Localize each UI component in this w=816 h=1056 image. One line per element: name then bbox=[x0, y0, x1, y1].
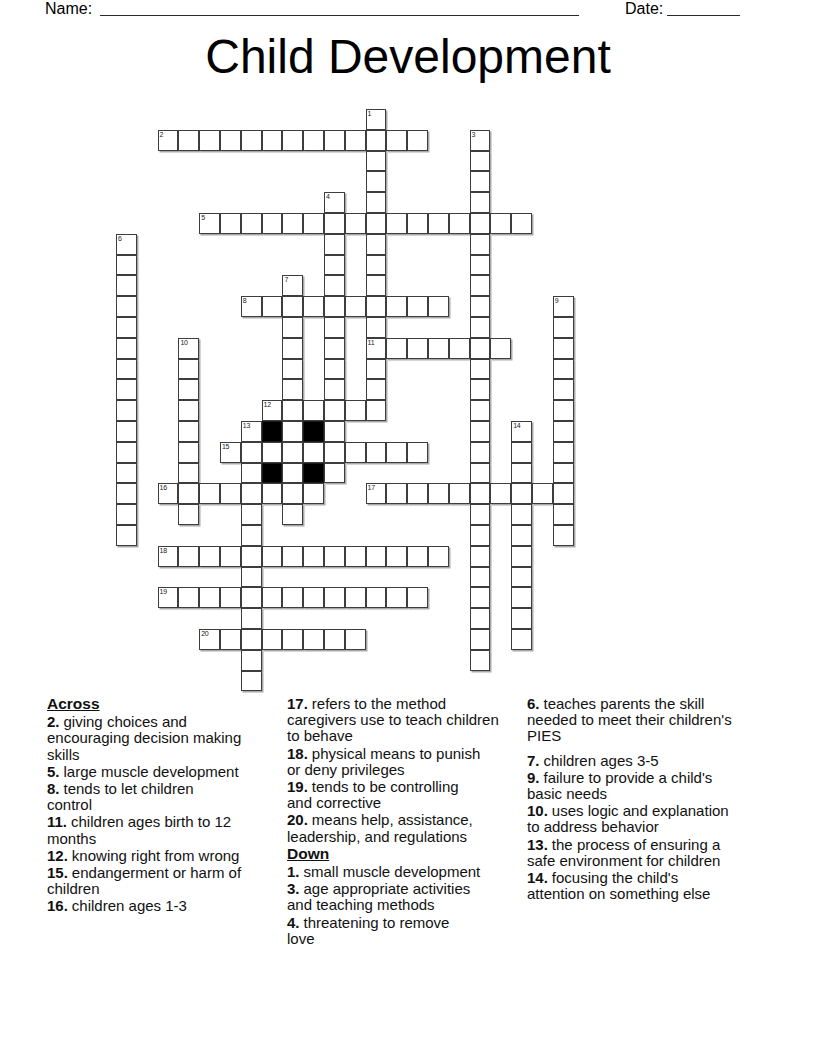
black-cell bbox=[303, 421, 324, 442]
grid-cell[interactable] bbox=[303, 483, 324, 504]
clue-text: tends to be controlling and corrective bbox=[287, 778, 459, 811]
grid-cell[interactable] bbox=[470, 171, 491, 192]
grid-cell[interactable] bbox=[282, 483, 303, 504]
grid-cell[interactable] bbox=[116, 338, 137, 359]
grid-cell[interactable] bbox=[345, 130, 366, 151]
clues-heading-down: Down bbox=[287, 846, 527, 862]
grid-cell[interactable] bbox=[199, 130, 220, 151]
clue-16: 16.children ages 1-3 bbox=[47, 898, 285, 914]
grid-cell[interactable] bbox=[511, 213, 532, 234]
grid-cell[interactable] bbox=[511, 483, 532, 504]
cell-number: 10 bbox=[180, 339, 187, 347]
grid-cell[interactable] bbox=[449, 213, 470, 234]
grid-cell[interactable] bbox=[241, 629, 262, 650]
grid-cell[interactable] bbox=[324, 130, 345, 151]
clues-heading-across: Across bbox=[47, 696, 285, 712]
grid-cell[interactable] bbox=[116, 400, 137, 421]
grid-cell[interactable] bbox=[262, 587, 283, 608]
grid-cell[interactable] bbox=[407, 587, 428, 608]
black-cell bbox=[303, 463, 324, 484]
clue-number: 7. bbox=[527, 752, 540, 769]
grid-cell[interactable] bbox=[511, 608, 532, 629]
grid-cell[interactable]: 11 bbox=[366, 338, 387, 359]
grid-cell[interactable]: 2 bbox=[158, 130, 179, 151]
clue-column-1: Across2.giving choices and encouraging d… bbox=[47, 696, 285, 916]
grid-cell[interactable] bbox=[178, 421, 199, 442]
grid-cell[interactable] bbox=[407, 442, 428, 463]
cell-number: 13 bbox=[243, 422, 250, 430]
grid-cell[interactable] bbox=[324, 421, 345, 442]
clue-text: uses logic and explanation to address be… bbox=[527, 802, 729, 835]
grid-cell[interactable]: 7 bbox=[282, 275, 303, 296]
grid-cell[interactable] bbox=[553, 379, 574, 400]
grid-cell[interactable] bbox=[366, 192, 387, 213]
grid-cell[interactable] bbox=[428, 213, 449, 234]
grid-cell[interactable] bbox=[303, 629, 324, 650]
grid-cell[interactable] bbox=[553, 359, 574, 380]
grid-cell[interactable] bbox=[241, 483, 262, 504]
grid-cell[interactable] bbox=[220, 483, 241, 504]
clue-text: small muscle development bbox=[304, 863, 481, 880]
grid-cell[interactable] bbox=[241, 504, 262, 525]
grid-cell[interactable] bbox=[407, 338, 428, 359]
grid-cell[interactable] bbox=[366, 546, 387, 567]
grid-cell[interactable] bbox=[428, 483, 449, 504]
grid-cell[interactable] bbox=[241, 608, 262, 629]
cell-number: 14 bbox=[513, 422, 520, 430]
grid-cell[interactable] bbox=[470, 421, 491, 442]
grid-cell[interactable] bbox=[262, 442, 283, 463]
clue-7: 7.children ages 3-5 bbox=[527, 753, 789, 769]
grid-cell[interactable] bbox=[386, 442, 407, 463]
grid-cell[interactable] bbox=[262, 483, 283, 504]
grid-cell[interactable] bbox=[386, 587, 407, 608]
clue-4: 4.threatening to remove love bbox=[287, 915, 527, 947]
clue-20: 20.means help, assistance, leadership, a… bbox=[287, 812, 527, 844]
clue-15: 15.endangerment or harm of children bbox=[47, 865, 285, 897]
grid-cell[interactable] bbox=[366, 296, 387, 317]
grid-cell[interactable] bbox=[178, 587, 199, 608]
grid-cell[interactable] bbox=[282, 421, 303, 442]
grid-cell[interactable] bbox=[366, 379, 387, 400]
grid-cell[interactable] bbox=[407, 130, 428, 151]
grid-cell[interactable] bbox=[386, 296, 407, 317]
grid-cell[interactable] bbox=[282, 504, 303, 525]
grid-cell[interactable] bbox=[262, 213, 283, 234]
grid-cell[interactable] bbox=[345, 296, 366, 317]
grid-cell[interactable] bbox=[324, 255, 345, 276]
clue-column-2: 17.refers to the method caregivers use t… bbox=[287, 696, 527, 948]
grid-cell[interactable]: 9 bbox=[553, 296, 574, 317]
grid-cell[interactable] bbox=[282, 629, 303, 650]
grid-cell[interactable] bbox=[282, 463, 303, 484]
grid-cell[interactable] bbox=[553, 442, 574, 463]
grid-cell[interactable] bbox=[116, 317, 137, 338]
grid-cell[interactable] bbox=[241, 587, 262, 608]
grid-cell[interactable] bbox=[282, 130, 303, 151]
grid-cell[interactable] bbox=[490, 213, 511, 234]
grid-cell[interactable] bbox=[532, 483, 553, 504]
clue-text: children ages 3-5 bbox=[544, 752, 659, 769]
grid-cell[interactable] bbox=[241, 213, 262, 234]
clue-number: 5. bbox=[47, 763, 60, 780]
grid-cell[interactable] bbox=[241, 525, 262, 546]
clue-12: 12.knowing right from wrong bbox=[47, 848, 285, 864]
grid-cell[interactable]: 18 bbox=[158, 546, 179, 567]
grid-cell[interactable] bbox=[262, 546, 283, 567]
grid-cell[interactable] bbox=[428, 546, 449, 567]
grid-cell[interactable] bbox=[282, 546, 303, 567]
grid-cell[interactable] bbox=[324, 442, 345, 463]
grid-cell[interactable] bbox=[366, 359, 387, 380]
grid-cell[interactable] bbox=[366, 171, 387, 192]
clue-2: 2.giving choices and encouraging decisio… bbox=[47, 714, 285, 763]
black-cell bbox=[262, 463, 283, 484]
clue-8: 8.tends to let children control bbox=[47, 781, 285, 813]
grid-cell[interactable] bbox=[470, 525, 491, 546]
clue-number: 19. bbox=[287, 778, 308, 795]
grid-cell[interactable] bbox=[282, 213, 303, 234]
grid-cell[interactable]: 16 bbox=[158, 483, 179, 504]
name-label: Name: bbox=[45, 0, 92, 18]
grid-cell[interactable] bbox=[282, 400, 303, 421]
grid-cell[interactable] bbox=[470, 400, 491, 421]
grid-cell[interactable] bbox=[449, 483, 470, 504]
grid-cell[interactable] bbox=[282, 359, 303, 380]
grid-cell[interactable] bbox=[449, 338, 470, 359]
grid-cell[interactable] bbox=[220, 130, 241, 151]
grid-cell[interactable] bbox=[553, 338, 574, 359]
grid-cell[interactable] bbox=[490, 338, 511, 359]
grid-cell[interactable] bbox=[553, 525, 574, 546]
clue-number: 9. bbox=[527, 769, 540, 786]
grid-cell[interactable] bbox=[470, 275, 491, 296]
clue-text: large muscle development bbox=[64, 763, 239, 780]
grid-cell[interactable] bbox=[116, 359, 137, 380]
grid-cell[interactable]: 6 bbox=[116, 234, 137, 255]
grid-cell[interactable] bbox=[178, 400, 199, 421]
grid-cell[interactable] bbox=[303, 130, 324, 151]
grid-cell[interactable] bbox=[116, 379, 137, 400]
grid-cell[interactable] bbox=[511, 525, 532, 546]
clue-text: age appropriate activities and teaching … bbox=[287, 880, 470, 913]
grid-cell[interactable] bbox=[178, 483, 199, 504]
cell-number: 12 bbox=[264, 401, 271, 409]
clue-6: 6.teaches parents the skill needed to me… bbox=[527, 696, 789, 745]
grid-cell[interactable] bbox=[220, 213, 241, 234]
clue-18: 18.physical means to punish or deny priv… bbox=[287, 746, 527, 778]
grid-cell[interactable] bbox=[178, 442, 199, 463]
grid-cell[interactable] bbox=[470, 317, 491, 338]
clue-17: 17.refers to the method caregivers use t… bbox=[287, 696, 527, 745]
clue-number: 12. bbox=[47, 847, 68, 864]
grid-cell[interactable] bbox=[282, 296, 303, 317]
cell-number: 8 bbox=[243, 297, 247, 305]
clue-number: 3. bbox=[287, 880, 300, 897]
clue-13: 13.the process of ensuring a safe enviro… bbox=[527, 837, 789, 869]
grid-cell[interactable] bbox=[366, 442, 387, 463]
grid-cell[interactable] bbox=[553, 483, 574, 504]
clue-number: 14. bbox=[527, 869, 548, 886]
clue-number: 20. bbox=[287, 811, 308, 828]
grid-cell[interactable] bbox=[282, 317, 303, 338]
grid-cell[interactable] bbox=[116, 463, 137, 484]
grid-cell[interactable] bbox=[303, 400, 324, 421]
cell-number: 4 bbox=[326, 193, 330, 201]
grid-cell[interactable] bbox=[220, 546, 241, 567]
grid-cell[interactable] bbox=[470, 546, 491, 567]
grid-cell[interactable] bbox=[324, 587, 345, 608]
grid-cell[interactable] bbox=[303, 442, 324, 463]
grid-cell[interactable] bbox=[470, 255, 491, 276]
grid-cell[interactable] bbox=[116, 255, 137, 276]
grid-cell[interactable] bbox=[116, 525, 137, 546]
grid-cell[interactable] bbox=[220, 629, 241, 650]
grid-cell[interactable]: 3 bbox=[470, 130, 491, 151]
grid-cell[interactable] bbox=[324, 317, 345, 338]
grid-cell[interactable] bbox=[366, 317, 387, 338]
grid-cell[interactable] bbox=[199, 546, 220, 567]
grid-cell[interactable] bbox=[470, 629, 491, 650]
grid-cell[interactable] bbox=[116, 296, 137, 317]
grid-cell[interactable] bbox=[262, 296, 283, 317]
grid-cell[interactable]: 5 bbox=[199, 213, 220, 234]
grid-cell[interactable] bbox=[178, 463, 199, 484]
clue-text: threatening to remove love bbox=[287, 914, 449, 947]
grid-cell[interactable] bbox=[366, 255, 387, 276]
name-blank-line bbox=[100, 0, 579, 16]
grid-cell[interactable] bbox=[324, 234, 345, 255]
cell-number: 18 bbox=[160, 547, 167, 555]
grid-cell[interactable] bbox=[470, 359, 491, 380]
grid-cell[interactable] bbox=[241, 567, 262, 588]
grid-cell[interactable] bbox=[366, 130, 387, 151]
grid-cell[interactable]: 17 bbox=[366, 483, 387, 504]
clue-10: 10.uses logic and explanation to address… bbox=[527, 803, 789, 835]
grid-cell[interactable] bbox=[116, 504, 137, 525]
clue-text: focusing the child's attention on someth… bbox=[527, 869, 710, 902]
clue-number: 6. bbox=[527, 695, 540, 712]
grid-cell[interactable] bbox=[428, 296, 449, 317]
grid-cell[interactable] bbox=[116, 483, 137, 504]
clue-number: 4. bbox=[287, 914, 300, 931]
cell-number: 5 bbox=[201, 214, 205, 222]
cell-number: 16 bbox=[160, 484, 167, 492]
grid-cell[interactable] bbox=[470, 504, 491, 525]
grid-cell[interactable] bbox=[345, 442, 366, 463]
clue-number: 10. bbox=[527, 802, 548, 819]
grid-cell[interactable] bbox=[470, 338, 491, 359]
grid-cell[interactable] bbox=[470, 379, 491, 400]
grid-cell[interactable] bbox=[282, 379, 303, 400]
grid-cell[interactable] bbox=[366, 234, 387, 255]
grid-cell[interactable] bbox=[303, 587, 324, 608]
grid-cell[interactable] bbox=[386, 546, 407, 567]
cell-number: 7 bbox=[284, 276, 288, 284]
clue-number: 1. bbox=[287, 863, 300, 880]
clue-11: 11.children ages birth to 12 months bbox=[47, 814, 285, 846]
cell-number: 17 bbox=[368, 484, 375, 492]
grid-cell[interactable] bbox=[178, 130, 199, 151]
clue-number: 11. bbox=[47, 813, 67, 830]
clue-number: 13. bbox=[527, 836, 548, 853]
clue-number: 18. bbox=[287, 745, 308, 762]
grid-cell[interactable] bbox=[324, 629, 345, 650]
cell-number: 2 bbox=[160, 131, 164, 139]
grid-cell[interactable]: 15 bbox=[220, 442, 241, 463]
grid-cell[interactable] bbox=[282, 442, 303, 463]
grid-cell[interactable] bbox=[407, 296, 428, 317]
grid-cell[interactable] bbox=[511, 587, 532, 608]
clue-19: 19.tends to be controlling and correctiv… bbox=[287, 779, 527, 811]
grid-cell[interactable] bbox=[199, 587, 220, 608]
grid-cell[interactable]: 20 bbox=[199, 629, 220, 650]
clue-14: 14.focusing the child's attention on som… bbox=[527, 870, 789, 902]
grid-cell[interactable] bbox=[324, 463, 345, 484]
grid-cell[interactable] bbox=[386, 483, 407, 504]
grid-cell[interactable] bbox=[324, 296, 345, 317]
grid-cell[interactable] bbox=[324, 379, 345, 400]
grid-cell[interactable] bbox=[553, 504, 574, 525]
grid-cell[interactable] bbox=[511, 463, 532, 484]
grid-cell[interactable] bbox=[553, 463, 574, 484]
cell-number: 9 bbox=[555, 297, 559, 305]
grid-cell[interactable] bbox=[470, 483, 491, 504]
grid-cell[interactable] bbox=[553, 317, 574, 338]
crossword-grid: 1234567891011121314151617181920 bbox=[116, 109, 575, 693]
clue-column-3: 6.teaches parents the skill needed to me… bbox=[527, 696, 789, 903]
clue-text: means help, assistance, leadership, and … bbox=[287, 811, 473, 844]
cell-number: 11 bbox=[368, 339, 375, 347]
grid-cell[interactable] bbox=[470, 296, 491, 317]
cell-number: 3 bbox=[472, 131, 476, 139]
grid-cell[interactable] bbox=[324, 359, 345, 380]
grid-cell[interactable] bbox=[470, 608, 491, 629]
grid-cell[interactable] bbox=[178, 546, 199, 567]
grid-cell[interactable] bbox=[386, 213, 407, 234]
clue-text: physical means to punish or deny privile… bbox=[287, 745, 480, 778]
clue-3: 3.age appropriate activities and teachin… bbox=[287, 881, 527, 913]
grid-cell[interactable] bbox=[324, 275, 345, 296]
grid-cell[interactable] bbox=[241, 671, 262, 692]
grid-cell[interactable] bbox=[366, 151, 387, 172]
grid-cell[interactable] bbox=[345, 587, 366, 608]
grid-cell[interactable] bbox=[282, 338, 303, 359]
clue-text: children ages 1-3 bbox=[72, 897, 187, 914]
grid-cell[interactable] bbox=[470, 650, 491, 671]
grid-cell[interactable] bbox=[366, 275, 387, 296]
grid-cell[interactable]: 8 bbox=[241, 296, 262, 317]
grid-cell[interactable] bbox=[241, 130, 262, 151]
clue-text: refers to the method caregivers use to t… bbox=[287, 695, 499, 744]
grid-cell[interactable] bbox=[282, 587, 303, 608]
grid-cell[interactable] bbox=[345, 629, 366, 650]
clue-9: 9.failure to provide a child's basic nee… bbox=[527, 770, 789, 802]
grid-cell[interactable] bbox=[511, 629, 532, 650]
grid-cell[interactable] bbox=[116, 421, 137, 442]
grid-cell[interactable] bbox=[178, 379, 199, 400]
grid-cell[interactable] bbox=[324, 213, 345, 234]
grid-cell[interactable] bbox=[470, 151, 491, 172]
grid-cell[interactable] bbox=[470, 234, 491, 255]
grid-cell[interactable] bbox=[407, 546, 428, 567]
grid-cell[interactable] bbox=[345, 400, 366, 421]
grid-cell[interactable] bbox=[178, 504, 199, 525]
clue-text: failure to provide a child's basic needs bbox=[527, 769, 712, 802]
grid-cell[interactable] bbox=[262, 130, 283, 151]
worksheet-page: Name: Date: Child Development 1234567891… bbox=[0, 0, 816, 1056]
grid-cell[interactable] bbox=[470, 587, 491, 608]
clue-text: teaches parents the skill needed to meet… bbox=[527, 695, 732, 744]
grid-cell[interactable] bbox=[553, 400, 574, 421]
grid-cell[interactable] bbox=[511, 504, 532, 525]
clue-5: 5.large muscle development bbox=[47, 764, 285, 780]
grid-cell[interactable] bbox=[116, 275, 137, 296]
grid-cell[interactable] bbox=[470, 192, 491, 213]
grid-cell[interactable] bbox=[303, 213, 324, 234]
grid-cell[interactable]: 10 bbox=[178, 338, 199, 359]
grid-cell[interactable] bbox=[324, 400, 345, 421]
grid-cell[interactable]: 4 bbox=[324, 192, 345, 213]
grid-cell[interactable] bbox=[345, 546, 366, 567]
grid-cell[interactable] bbox=[366, 587, 387, 608]
grid-cell[interactable] bbox=[220, 587, 241, 608]
clue-text: tends to let children control bbox=[47, 780, 194, 813]
grid-cell[interactable] bbox=[386, 338, 407, 359]
grid-cell[interactable] bbox=[366, 400, 387, 421]
grid-cell[interactable] bbox=[428, 338, 449, 359]
grid-cell[interactable] bbox=[303, 546, 324, 567]
grid-cell[interactable] bbox=[511, 442, 532, 463]
grid-cell[interactable] bbox=[116, 442, 137, 463]
clue-number: 16. bbox=[47, 897, 68, 914]
grid-cell[interactable] bbox=[511, 567, 532, 588]
cell-number: 6 bbox=[118, 235, 122, 243]
grid-cell[interactable] bbox=[241, 546, 262, 567]
grid-cell[interactable] bbox=[511, 546, 532, 567]
grid-cell[interactable] bbox=[553, 421, 574, 442]
grid-cell[interactable]: 12 bbox=[262, 400, 283, 421]
grid-cell[interactable] bbox=[324, 338, 345, 359]
grid-cell[interactable] bbox=[470, 463, 491, 484]
grid-cell[interactable] bbox=[490, 483, 511, 504]
grid-cell[interactable] bbox=[407, 483, 428, 504]
grid-cell[interactable] bbox=[470, 213, 491, 234]
grid-cell[interactable] bbox=[407, 213, 428, 234]
grid-cell[interactable]: 1 bbox=[366, 109, 387, 130]
grid-cell[interactable] bbox=[324, 546, 345, 567]
grid-cell[interactable] bbox=[345, 213, 366, 234]
grid-cell[interactable] bbox=[386, 130, 407, 151]
date-blank-line bbox=[667, 0, 740, 16]
grid-cell[interactable] bbox=[178, 359, 199, 380]
grid-cell[interactable]: 13 bbox=[241, 421, 262, 442]
grid-cell[interactable] bbox=[470, 442, 491, 463]
grid-cell[interactable] bbox=[241, 463, 262, 484]
grid-cell[interactable] bbox=[303, 296, 324, 317]
grid-cell[interactable]: 19 bbox=[158, 587, 179, 608]
grid-cell[interactable] bbox=[241, 442, 262, 463]
grid-cell[interactable] bbox=[262, 629, 283, 650]
grid-cell[interactable]: 14 bbox=[511, 421, 532, 442]
clue-text: knowing right from wrong bbox=[72, 847, 240, 864]
grid-cell[interactable] bbox=[470, 567, 491, 588]
grid-cell[interactable] bbox=[366, 213, 387, 234]
grid-cell[interactable] bbox=[199, 483, 220, 504]
clue-text: the process of ensuring a safe environme… bbox=[527, 836, 720, 869]
black-cell bbox=[262, 421, 283, 442]
grid-cell[interactable] bbox=[241, 650, 262, 671]
